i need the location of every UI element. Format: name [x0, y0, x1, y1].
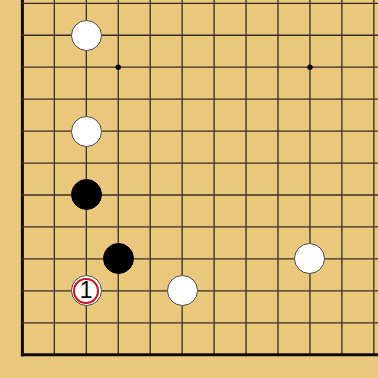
move-number-label: 1 — [72, 276, 101, 305]
stone-white-K4 — [294, 243, 325, 274]
stone-white-F3 — [167, 275, 198, 306]
go-board: 1 — [0, 0, 378, 378]
stone-white-C8 — [71, 116, 102, 147]
stone-white-C3-move1: 1 — [71, 275, 102, 306]
stones-grid: 1 — [6, 0, 378, 371]
stone-black-C6 — [71, 179, 102, 210]
stone-white-C11 — [71, 20, 102, 51]
stone-black-D4 — [103, 243, 134, 274]
